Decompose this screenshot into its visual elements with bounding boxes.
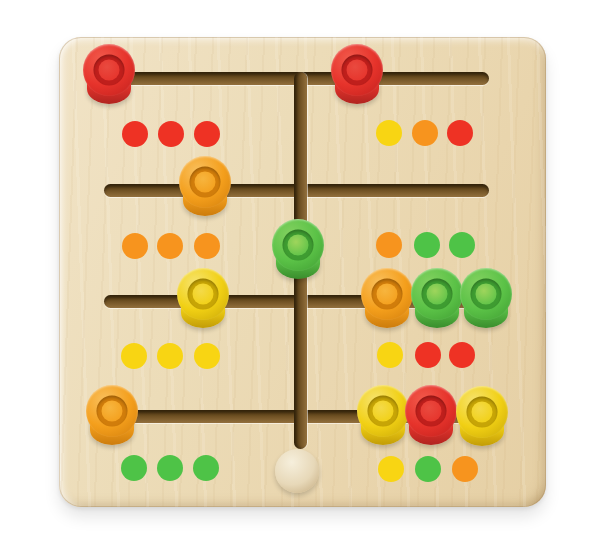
peg-green[interactable] [411,268,463,320]
peg-yellow[interactable] [456,386,508,438]
peg-top-face [272,219,324,271]
peg-top-face [456,386,508,438]
clue-dot-red [122,121,148,147]
peg-top-face [411,268,463,320]
peg-top-face [331,44,383,96]
peg-center-recess [421,401,442,422]
peg-center-recess [193,284,214,305]
clue-dot-green [415,456,441,482]
peg-top-face [405,385,457,437]
peg-orange[interactable] [179,156,231,208]
clue-dot-orange [376,232,402,258]
stage [0,0,600,555]
clue-dot-green [414,232,440,258]
peg-center-recess [427,284,448,305]
peg-top-face [177,268,229,320]
clue-dot-orange [194,233,220,259]
clue-dot-orange [122,233,148,259]
peg-center-recess [373,401,394,422]
ball-knob-natural[interactable] [275,449,319,493]
clue-dot-orange [452,456,478,482]
clue-dot-yellow [157,343,183,369]
clue-dot-yellow [194,343,220,369]
clue-dot-red [415,342,441,368]
peg-center-recess [195,172,216,193]
clue-dot-green [449,232,475,258]
clue-dot-green [193,455,219,481]
peg-top-face [86,385,138,437]
peg-center-recess [99,60,120,81]
clue-dot-orange [157,233,183,259]
clue-dot-red [158,121,184,147]
peg-top-face [179,156,231,208]
peg-top-face [83,44,135,96]
peg-orange[interactable] [361,268,413,320]
peg-top-face [361,268,413,320]
clue-dot-red [447,120,473,146]
peg-red[interactable] [331,44,383,96]
peg-yellow[interactable] [357,385,409,437]
peg-center-recess [288,235,309,256]
peg-green[interactable] [272,219,324,271]
clue-dot-yellow [378,456,404,482]
clue-dot-orange [412,120,438,146]
clue-dot-red [194,121,220,147]
peg-red[interactable] [83,44,135,96]
peg-orange[interactable] [86,385,138,437]
peg-red[interactable] [405,385,457,437]
clue-dot-green [121,455,147,481]
peg-center-recess [472,402,493,423]
peg-center-recess [347,60,368,81]
peg-center-recess [476,284,497,305]
clue-dot-yellow [376,120,402,146]
peg-top-face [460,268,512,320]
peg-yellow[interactable] [177,268,229,320]
peg-center-recess [102,401,123,422]
clue-dot-red [449,342,475,368]
clue-dot-yellow [121,343,147,369]
peg-top-face [357,385,409,437]
clue-dot-yellow [377,342,403,368]
clue-dot-green [157,455,183,481]
peg-green[interactable] [460,268,512,320]
peg-center-recess [377,284,398,305]
